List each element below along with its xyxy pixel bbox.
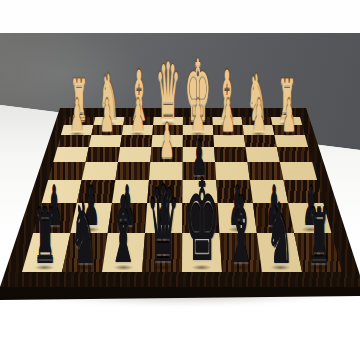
- piece-white-pawn: ♟: [282, 94, 296, 138]
- piece-black-bishop: ♝: [226, 185, 255, 277]
- piece-black-queen: ♛: [146, 174, 179, 278]
- piece-white-pawn: ♟: [221, 94, 235, 138]
- piece-white-pawn: ♟: [70, 94, 84, 138]
- chess-set-product-photo: ♜♞♝♛♚♝♞♜♟♟♟♟♟♟♟♟♟♟♟♟♟♟♟♟♜♞♝♛♚♝♞♜: [0, 0, 360, 360]
- piece-black-rook: ♜: [307, 200, 331, 275]
- piece-black-knight: ♞: [267, 192, 294, 276]
- piece-black-knight: ♞: [71, 192, 98, 276]
- piece-black-bishop: ♝: [109, 185, 138, 277]
- piece-white-pawn: ♟: [252, 94, 266, 138]
- piece-white-pawn: ♟: [130, 94, 144, 138]
- piece-black-king: ♚: [184, 167, 219, 279]
- piece-black-rook: ♜: [33, 200, 57, 275]
- piece-white-pawn: ♟: [100, 94, 114, 138]
- piece-white-pawn: ♟: [159, 118, 174, 165]
